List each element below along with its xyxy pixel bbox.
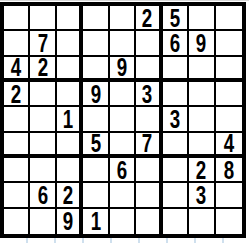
cell-r8c9[interactable] <box>216 183 242 208</box>
given-digit: 9 <box>63 209 73 234</box>
cell-r4c4[interactable]: 9 <box>83 82 109 107</box>
cell-r8c1[interactable] <box>4 183 30 208</box>
cell-r4c6[interactable]: 3 <box>136 82 162 107</box>
cell-r3c1[interactable]: 4 <box>4 57 30 82</box>
given-digit: 2 <box>63 183 73 208</box>
cell-r3c5[interactable]: 9 <box>110 57 136 82</box>
cell-r7c4[interactable] <box>83 158 109 183</box>
cell-r6c6[interactable]: 7 <box>136 133 162 158</box>
cell-r7c8[interactable]: 2 <box>189 158 215 183</box>
cell-r8c5[interactable] <box>110 183 136 208</box>
cell-r1c9[interactable] <box>216 6 242 31</box>
cell-r9c2[interactable] <box>30 209 56 234</box>
cell-r2c6[interactable] <box>136 31 162 56</box>
cell-r1c5[interactable] <box>110 6 136 31</box>
cell-r1c8[interactable] <box>189 6 215 31</box>
cell-r6c8[interactable] <box>189 133 215 158</box>
cell-r5c3[interactable]: 1 <box>57 107 83 132</box>
cell-r8c4[interactable] <box>83 183 109 208</box>
given-digit: 2 <box>196 158 206 183</box>
cell-r9c4[interactable]: 1 <box>83 209 109 234</box>
given-digit: 7 <box>142 133 152 157</box>
given-digit: 6 <box>117 158 127 183</box>
cell-r6c1[interactable] <box>4 133 30 158</box>
cell-r7c5[interactable]: 6 <box>110 158 136 183</box>
cell-r2c9[interactable] <box>216 31 242 56</box>
cell-r5c5[interactable] <box>110 107 136 132</box>
cell-r9c9[interactable] <box>216 209 242 234</box>
given-digit: 2 <box>142 6 152 31</box>
cell-r2c3[interactable] <box>57 31 83 56</box>
cell-r4c3[interactable] <box>57 82 83 107</box>
cell-r9c5[interactable] <box>110 209 136 234</box>
cell-r4c8[interactable] <box>189 82 215 107</box>
cell-r8c2[interactable]: 6 <box>30 183 56 208</box>
sudoku-page: 257694292931357462862391 <box>0 0 249 243</box>
cell-r8c6[interactable] <box>136 183 162 208</box>
given-digit: 9 <box>90 82 100 107</box>
cell-r8c7[interactable] <box>163 183 189 208</box>
cell-r6c9[interactable]: 4 <box>216 133 242 158</box>
bottom-edge-ticks <box>0 238 249 243</box>
cell-r5c6[interactable] <box>136 107 162 132</box>
cell-r1c7[interactable]: 5 <box>163 6 189 31</box>
cell-r9c6[interactable] <box>136 209 162 234</box>
top-edge-hairline <box>0 0 249 1</box>
cell-r4c5[interactable] <box>110 82 136 107</box>
cell-r7c2[interactable] <box>30 158 56 183</box>
cell-r1c4[interactable] <box>83 6 109 31</box>
cell-r1c3[interactable] <box>57 6 83 31</box>
cell-r4c1[interactable]: 2 <box>4 82 30 107</box>
cell-r9c1[interactable] <box>4 209 30 234</box>
cell-r2c4[interactable] <box>83 31 109 56</box>
cell-r2c5[interactable] <box>110 31 136 56</box>
given-digit: 1 <box>63 107 73 132</box>
given-digit: 9 <box>196 31 206 56</box>
given-digit: 3 <box>170 107 180 132</box>
cell-r3c9[interactable] <box>216 57 242 82</box>
given-digit: 3 <box>142 82 152 107</box>
given-digit: 9 <box>117 57 127 81</box>
given-digit: 2 <box>11 82 21 107</box>
cell-r4c7[interactable] <box>163 82 189 107</box>
cell-r5c1[interactable] <box>4 107 30 132</box>
cell-r1c6[interactable]: 2 <box>136 6 162 31</box>
cell-r7c6[interactable] <box>136 158 162 183</box>
cell-r6c2[interactable] <box>30 133 56 158</box>
cell-r5c7[interactable]: 3 <box>163 107 189 132</box>
cell-r4c9[interactable] <box>216 82 242 107</box>
cell-r5c8[interactable] <box>189 107 215 132</box>
given-digit: 3 <box>196 183 206 208</box>
cell-r6c7[interactable] <box>163 133 189 158</box>
given-digit: 6 <box>170 31 180 56</box>
given-digit: 8 <box>224 158 234 183</box>
cell-r1c1[interactable] <box>4 6 30 31</box>
given-digit: 4 <box>11 57 21 81</box>
given-digit: 5 <box>170 6 180 31</box>
cell-r3c2[interactable]: 2 <box>30 57 56 82</box>
cell-r8c8[interactable]: 3 <box>189 183 215 208</box>
cell-r3c6[interactable] <box>136 57 162 82</box>
given-digit: 4 <box>224 133 234 157</box>
cell-r4c2[interactable] <box>30 82 56 107</box>
cell-r7c3[interactable] <box>57 158 83 183</box>
cell-r5c2[interactable] <box>30 107 56 132</box>
cell-r7c9[interactable]: 8 <box>216 158 242 183</box>
cell-r3c3[interactable] <box>57 57 83 82</box>
given-digit: 7 <box>37 31 47 56</box>
cell-r7c7[interactable] <box>163 158 189 183</box>
cell-r7c1[interactable] <box>4 158 30 183</box>
given-digit: 1 <box>90 209 100 234</box>
cell-r2c2[interactable]: 7 <box>30 31 56 56</box>
given-digit: 5 <box>90 133 100 157</box>
cell-r3c8[interactable] <box>189 57 215 82</box>
sudoku-board: 257694292931357462862391 <box>0 2 246 238</box>
cell-r9c8[interactable] <box>189 209 215 234</box>
cell-r9c7[interactable] <box>163 209 189 234</box>
cell-r2c8[interactable]: 9 <box>189 31 215 56</box>
cell-r2c7[interactable]: 6 <box>163 31 189 56</box>
cell-r1c2[interactable] <box>30 6 56 31</box>
cell-r6c4[interactable]: 5 <box>83 133 109 158</box>
cell-r8c3[interactable]: 2 <box>57 183 83 208</box>
cell-r9c3[interactable]: 9 <box>57 209 83 234</box>
cell-r5c9[interactable] <box>216 107 242 132</box>
cell-r6c5[interactable] <box>110 133 136 158</box>
cell-r3c4[interactable] <box>83 57 109 82</box>
given-digit: 2 <box>37 57 47 81</box>
cell-r3c7[interactable] <box>163 57 189 82</box>
cell-r2c1[interactable] <box>4 31 30 56</box>
cell-r6c3[interactable] <box>57 133 83 158</box>
cell-r5c4[interactable] <box>83 107 109 132</box>
given-digit: 6 <box>37 183 47 208</box>
